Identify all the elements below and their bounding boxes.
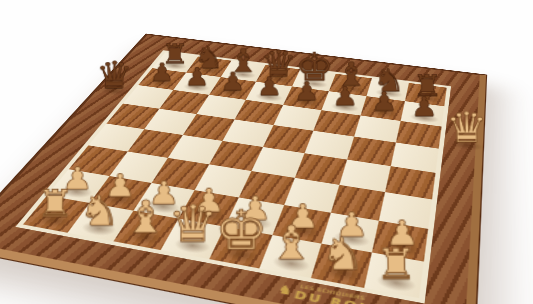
white-knight-b1: ♞ [79,189,121,231]
white-king-e1: ♚ [214,204,268,258]
white-rook-a1: ♜ [36,185,74,223]
white-bishop-c1: ♝ [123,195,168,240]
black-pawn-g7: ♟ [371,88,398,114]
white-knight-g1: ♞ [320,231,365,276]
black-pawn-f7: ♟ [332,83,359,109]
knight-logo-icon: ♞ [276,283,294,297]
black-pawn-a7: ♟ [149,60,174,85]
black-pawn-d7: ♟ [257,73,283,99]
product-photo-scene: ♞ LES ECHIQUIERS DU ROI ♜♞♝♛♚♝♞♜♟♟♟♟♟♟♟♟… [0,0,533,304]
black-pawn-h7: ♟ [410,93,437,120]
board: ♞ LES ECHIQUIERS DU ROI ♜♞♝♛♚♝♞♜♟♟♟♟♟♟♟♟… [0,34,486,304]
white-queen-right-frame: ♛ [445,106,488,148]
white-bishop-f1: ♝ [268,220,315,267]
square-g5 [347,137,396,167]
black-queen-left-frame: ♛ [95,56,133,93]
black-pawn-c7: ♟ [220,69,246,94]
white-rook-h1: ♜ [375,244,417,286]
white-queen-d1: ♛ [167,198,218,249]
black-pawn-b7: ♟ [184,64,209,89]
black-pawn-e7: ♟ [294,78,320,104]
